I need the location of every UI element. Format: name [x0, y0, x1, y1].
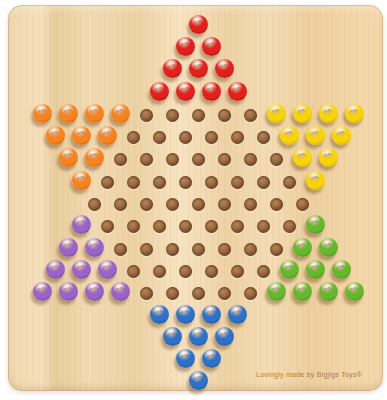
- blue-marble: [150, 305, 169, 324]
- purple-marble: [59, 238, 78, 257]
- board-hole-purple-marble[interactable]: [68, 216, 94, 238]
- hole: [88, 198, 101, 211]
- board-hole[interactable]: [159, 283, 185, 305]
- hole: [140, 109, 153, 122]
- purple-marble: [72, 215, 91, 234]
- board-hole-red-marble[interactable]: [172, 37, 198, 59]
- board-hole-green-marble[interactable]: [302, 216, 328, 238]
- board-grid: [29, 15, 367, 394]
- hole: [153, 131, 166, 144]
- hole: [114, 153, 127, 166]
- blue-marble: [189, 371, 208, 390]
- board-hole[interactable]: [172, 216, 198, 238]
- board-hole[interactable]: [185, 238, 211, 260]
- board-hole[interactable]: [198, 126, 224, 148]
- board-hole-blue-marble[interactable]: [211, 327, 237, 349]
- blue-marble: [202, 349, 221, 368]
- board-hole-yellow-marble[interactable]: [289, 149, 315, 171]
- red-marble: [189, 59, 208, 78]
- board-hole-yellow-marble[interactable]: [315, 149, 341, 171]
- orange-marble: [46, 126, 65, 145]
- board-hole[interactable]: [120, 216, 146, 238]
- board-hole[interactable]: [94, 171, 120, 193]
- hole: [205, 220, 218, 233]
- board-hole[interactable]: [224, 260, 250, 282]
- board-hole-orange-marble[interactable]: [81, 149, 107, 171]
- board-hole-green-marble[interactable]: [341, 283, 367, 305]
- board-hole-red-marble[interactable]: [211, 60, 237, 82]
- board-hole[interactable]: [185, 149, 211, 171]
- hole: [166, 153, 179, 166]
- hole: [283, 176, 296, 189]
- red-marble: [189, 15, 208, 34]
- board-hole-green-marble[interactable]: [315, 283, 341, 305]
- board-hole[interactable]: [250, 126, 276, 148]
- hole: [270, 153, 283, 166]
- board-hole-blue-marble[interactable]: [172, 305, 198, 327]
- board-hole[interactable]: [289, 193, 315, 215]
- hole: [166, 109, 179, 122]
- board-hole-yellow-marble[interactable]: [263, 104, 289, 126]
- green-marble: [267, 282, 286, 301]
- board-hole[interactable]: [133, 104, 159, 126]
- board-hole-yellow-marble[interactable]: [289, 104, 315, 126]
- hole: [127, 220, 140, 233]
- board-hole-orange-marble[interactable]: [29, 104, 55, 126]
- board-hole-red-marble[interactable]: [198, 37, 224, 59]
- hole: [231, 265, 244, 278]
- board-hole-orange-marble[interactable]: [68, 126, 94, 148]
- board-hole-blue-marble[interactable]: [159, 327, 185, 349]
- board-hole[interactable]: [107, 193, 133, 215]
- board-hole[interactable]: [250, 260, 276, 282]
- hole: [244, 243, 257, 256]
- board-hole[interactable]: [159, 104, 185, 126]
- hole: [205, 176, 218, 189]
- board-hole[interactable]: [185, 283, 211, 305]
- hole: [140, 243, 153, 256]
- board-hole[interactable]: [211, 149, 237, 171]
- board-hole[interactable]: [211, 238, 237, 260]
- blue-marble: [202, 305, 221, 324]
- board-hole[interactable]: [211, 104, 237, 126]
- red-marble: [150, 82, 169, 101]
- board-hole[interactable]: [120, 126, 146, 148]
- orange-marble: [98, 126, 117, 145]
- purple-marble: [85, 282, 104, 301]
- board-hole-blue-marble[interactable]: [146, 305, 172, 327]
- hole: [192, 198, 205, 211]
- board-hole[interactable]: [237, 193, 263, 215]
- board-hole[interactable]: [224, 126, 250, 148]
- board-hole-yellow-marble[interactable]: [328, 126, 354, 148]
- board-hole[interactable]: [198, 216, 224, 238]
- green-marble: [306, 260, 325, 279]
- board-hole-green-marble[interactable]: [263, 283, 289, 305]
- board-hole-red-marble[interactable]: [224, 82, 250, 104]
- board-hole-red-marble[interactable]: [185, 60, 211, 82]
- hole: [257, 265, 270, 278]
- hole: [244, 109, 257, 122]
- red-marble: [163, 59, 182, 78]
- hole: [166, 243, 179, 256]
- red-marble: [176, 37, 195, 56]
- red-marble: [202, 82, 221, 101]
- board-hole[interactable]: [224, 171, 250, 193]
- board-hole-red-marble[interactable]: [172, 82, 198, 104]
- blue-marble: [189, 327, 208, 346]
- board-hole-green-marble[interactable]: [328, 260, 354, 282]
- board-hole[interactable]: [107, 149, 133, 171]
- hole: [244, 198, 257, 211]
- board-hole-purple-marble[interactable]: [55, 283, 81, 305]
- hole: [270, 243, 283, 256]
- board-hole[interactable]: [263, 193, 289, 215]
- board-hole-green-marble[interactable]: [302, 260, 328, 282]
- yellow-marble: [306, 171, 325, 190]
- orange-marble: [85, 104, 104, 123]
- yellow-marble: [280, 126, 299, 145]
- chinese-checkers-board: Lovingly made by Bigjigs Toys®: [8, 5, 383, 391]
- board-hole-blue-marble[interactable]: [185, 372, 211, 394]
- hole: [179, 220, 192, 233]
- board-hole[interactable]: [94, 216, 120, 238]
- board-hole[interactable]: [198, 260, 224, 282]
- hole: [192, 153, 205, 166]
- board-hole-orange-marble[interactable]: [55, 104, 81, 126]
- board-hole-yellow-marble[interactable]: [341, 104, 367, 126]
- red-marble: [176, 82, 195, 101]
- board-hole-blue-marble[interactable]: [185, 327, 211, 349]
- board-hole[interactable]: [133, 149, 159, 171]
- purple-marble: [85, 238, 104, 257]
- orange-marble: [59, 104, 78, 123]
- board-hole-orange-marble[interactable]: [81, 104, 107, 126]
- green-marble: [293, 238, 312, 257]
- board-hole-purple-marble[interactable]: [81, 238, 107, 260]
- board-hole-yellow-marble[interactable]: [315, 104, 341, 126]
- hole: [114, 198, 127, 211]
- yellow-marble: [319, 104, 338, 123]
- board-hole-orange-marble[interactable]: [42, 126, 68, 148]
- board-hole[interactable]: [146, 260, 172, 282]
- hole: [231, 176, 244, 189]
- board-hole[interactable]: [276, 171, 302, 193]
- orange-marble: [85, 148, 104, 167]
- board-hole[interactable]: [146, 216, 172, 238]
- board-hole-blue-marble[interactable]: [198, 349, 224, 371]
- hole: [231, 220, 244, 233]
- hole: [101, 220, 114, 233]
- hole: [192, 287, 205, 300]
- hole: [127, 176, 140, 189]
- board-hole-purple-marble[interactable]: [29, 283, 55, 305]
- hole: [192, 243, 205, 256]
- orange-marble: [33, 104, 52, 123]
- hole: [192, 109, 205, 122]
- board-hole-purple-marble[interactable]: [55, 238, 81, 260]
- purple-marble: [111, 282, 130, 301]
- board-hole[interactable]: [263, 149, 289, 171]
- hole: [231, 131, 244, 144]
- board-hole-blue-marble[interactable]: [224, 305, 250, 327]
- board-hole[interactable]: [146, 126, 172, 148]
- green-marble: [319, 282, 338, 301]
- green-marble: [280, 260, 299, 279]
- board-hole-purple-marble[interactable]: [42, 260, 68, 282]
- yellow-marble: [293, 148, 312, 167]
- board-hole-purple-marble[interactable]: [107, 283, 133, 305]
- purple-marble: [33, 282, 52, 301]
- board-hole[interactable]: [133, 283, 159, 305]
- red-marble: [202, 37, 221, 56]
- hole: [270, 198, 283, 211]
- board-hole[interactable]: [250, 216, 276, 238]
- green-marble: [332, 260, 351, 279]
- hole: [244, 287, 257, 300]
- blue-marble: [176, 349, 195, 368]
- green-marble: [319, 238, 338, 257]
- green-marble: [345, 282, 364, 301]
- blue-marble: [215, 327, 234, 346]
- hole: [140, 153, 153, 166]
- board-hole[interactable]: [185, 193, 211, 215]
- yellow-marble: [345, 104, 364, 123]
- hole: [218, 243, 231, 256]
- board-hole-green-marble[interactable]: [276, 260, 302, 282]
- board-hole[interactable]: [159, 238, 185, 260]
- purple-marble: [46, 260, 65, 279]
- board-hole[interactable]: [276, 216, 302, 238]
- board-hole-green-marble[interactable]: [289, 283, 315, 305]
- hole: [140, 198, 153, 211]
- board-hole-red-marble[interactable]: [198, 82, 224, 104]
- green-marble: [293, 282, 312, 301]
- board-hole[interactable]: [263, 238, 289, 260]
- board-hole[interactable]: [120, 171, 146, 193]
- hole: [257, 220, 270, 233]
- board-hole[interactable]: [172, 260, 198, 282]
- brand-text: Lovingly made by Bigjigs Toys®: [256, 371, 362, 378]
- board-hole[interactable]: [211, 283, 237, 305]
- board-hole-red-marble[interactable]: [159, 60, 185, 82]
- board-hole-green-marble[interactable]: [315, 238, 341, 260]
- board-hole-orange-marble[interactable]: [107, 104, 133, 126]
- blue-marble: [176, 305, 195, 324]
- hole: [140, 287, 153, 300]
- hole: [283, 220, 296, 233]
- blue-marble: [163, 327, 182, 346]
- purple-marble: [72, 260, 91, 279]
- board-hole[interactable]: [185, 104, 211, 126]
- board-hole[interactable]: [120, 260, 146, 282]
- hole: [296, 198, 309, 211]
- board-hole[interactable]: [172, 126, 198, 148]
- board-hole[interactable]: [172, 171, 198, 193]
- board-hole[interactable]: [146, 171, 172, 193]
- orange-marble: [72, 126, 91, 145]
- yellow-marble: [332, 126, 351, 145]
- orange-marble: [111, 104, 130, 123]
- hole: [153, 220, 166, 233]
- hole: [244, 153, 257, 166]
- board-hole[interactable]: [250, 171, 276, 193]
- board-hole[interactable]: [81, 193, 107, 215]
- purple-marble: [59, 282, 78, 301]
- hole: [179, 131, 192, 144]
- hole: [218, 153, 231, 166]
- board-hole[interactable]: [107, 238, 133, 260]
- hole: [218, 287, 231, 300]
- board-hole-blue-marble[interactable]: [172, 349, 198, 371]
- board-hole-red-marble[interactable]: [185, 15, 211, 37]
- green-marble: [306, 215, 325, 234]
- hole: [257, 131, 270, 144]
- hole: [205, 265, 218, 278]
- board-hole[interactable]: [237, 238, 263, 260]
- board-hole-yellow-marble[interactable]: [302, 126, 328, 148]
- board-hole-purple-marble[interactable]: [94, 260, 120, 282]
- red-marble: [228, 82, 247, 101]
- orange-marble: [72, 171, 91, 190]
- hole: [114, 243, 127, 256]
- board-hole-purple-marble[interactable]: [81, 283, 107, 305]
- board-hole[interactable]: [159, 149, 185, 171]
- board-hole[interactable]: [133, 193, 159, 215]
- board-hole[interactable]: [198, 171, 224, 193]
- board-hole-yellow-marble[interactable]: [276, 126, 302, 148]
- hole: [166, 287, 179, 300]
- hole: [179, 176, 192, 189]
- hole: [257, 176, 270, 189]
- hole: [218, 109, 231, 122]
- hole: [127, 265, 140, 278]
- orange-marble: [59, 148, 78, 167]
- board-hole[interactable]: [133, 238, 159, 260]
- board-hole[interactable]: [237, 104, 263, 126]
- hole: [205, 131, 218, 144]
- hole: [218, 198, 231, 211]
- hole: [127, 131, 140, 144]
- board-hole-yellow-marble[interactable]: [302, 171, 328, 193]
- red-marble: [215, 59, 234, 78]
- board-hole[interactable]: [237, 149, 263, 171]
- board-hole[interactable]: [159, 193, 185, 215]
- hole: [153, 176, 166, 189]
- board-hole-orange-marble[interactable]: [55, 149, 81, 171]
- hole: [101, 176, 114, 189]
- hole: [166, 198, 179, 211]
- yellow-marble: [319, 148, 338, 167]
- yellow-marble: [293, 104, 312, 123]
- yellow-marble: [306, 126, 325, 145]
- purple-marble: [98, 260, 117, 279]
- yellow-marble: [267, 104, 286, 123]
- board-hole-purple-marble[interactable]: [68, 260, 94, 282]
- board-hole-green-marble[interactable]: [289, 238, 315, 260]
- board-hole[interactable]: [224, 216, 250, 238]
- blue-marble: [228, 305, 247, 324]
- board-hole-orange-marble[interactable]: [94, 126, 120, 148]
- hole: [153, 265, 166, 278]
- hole: [179, 265, 192, 278]
- board-hole-orange-marble[interactable]: [68, 171, 94, 193]
- board-hole-red-marble[interactable]: [146, 82, 172, 104]
- board-hole[interactable]: [211, 193, 237, 215]
- board-hole-blue-marble[interactable]: [198, 305, 224, 327]
- board-hole[interactable]: [237, 283, 263, 305]
